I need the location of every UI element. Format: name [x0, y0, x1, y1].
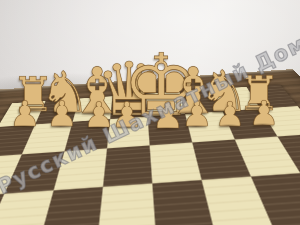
- piece-pawn: ♟: [249, 96, 279, 130]
- chess-set-photo: ♜♞♝♛♚♝♞♜♟♟♟♟♟♟♟♟ Русский Шахматный Дом: [0, 0, 300, 225]
- piece-pawn: ♟: [9, 97, 40, 132]
- piece-pawn: ♟: [215, 97, 245, 131]
- pieces-layer: ♜♞♝♛♚♝♞♜♟♟♟♟♟♟♟♟: [0, 0, 300, 225]
- piece-pawn: ♟: [181, 97, 212, 132]
- piece-pawn: ♟: [152, 98, 184, 134]
- piece-pawn: ♟: [83, 98, 114, 133]
- piece-pawn: ♟: [46, 97, 77, 132]
- piece-pawn: ♟: [111, 98, 142, 133]
